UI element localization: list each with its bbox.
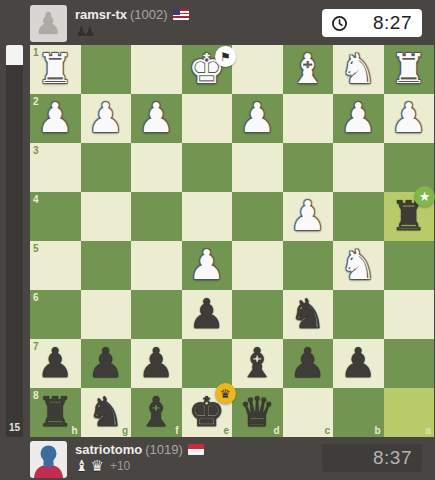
square-e5[interactable]: ♟: [182, 241, 233, 290]
square-g7[interactable]: ♟: [81, 339, 132, 388]
square-c1[interactable]: ♝: [283, 45, 334, 94]
rank-label-6: 6: [33, 292, 39, 303]
black-bishop[interactable]: ♝: [232, 339, 283, 388]
square-a3[interactable]: [384, 143, 435, 192]
file-label-b: b: [374, 425, 380, 436]
white-rook[interactable]: ♜: [384, 45, 435, 94]
rank-label-7: 7: [33, 341, 39, 352]
square-h5[interactable]: 5: [30, 241, 81, 290]
square-b6[interactable]: [333, 290, 384, 339]
rank-label-5: 5: [33, 243, 39, 254]
square-b3[interactable]: [333, 143, 384, 192]
square-c5[interactable]: [283, 241, 334, 290]
white-pawn[interactable]: ♟: [131, 94, 182, 143]
rank-label-3: 3: [33, 145, 39, 156]
file-label-g: g: [122, 425, 128, 436]
square-h7[interactable]: 7♟: [30, 339, 81, 388]
square-g5[interactable]: [81, 241, 132, 290]
square-f4[interactable]: [131, 192, 182, 241]
black-bishop[interactable]: ♝: [131, 388, 182, 437]
square-d8[interactable]: d♛: [232, 388, 283, 437]
square-h4[interactable]: 4: [30, 192, 81, 241]
square-g1[interactable]: [81, 45, 132, 94]
square-e8[interactable]: e♚♛: [182, 388, 233, 437]
square-e2[interactable]: [182, 94, 233, 143]
rank-label-4: 4: [33, 194, 39, 205]
square-a4[interactable]: ♜★: [384, 192, 435, 241]
file-label-d: d: [273, 425, 279, 436]
player-top-rating: (1002): [130, 7, 168, 22]
square-e3[interactable]: [182, 143, 233, 192]
white-pawn[interactable]: ♟: [232, 94, 283, 143]
square-a8[interactable]: a: [384, 388, 435, 437]
best-move-star-badge: ★: [414, 186, 435, 207]
clock-top-time: 8:27: [373, 12, 412, 34]
material-advantage: +10: [110, 459, 130, 473]
square-d6[interactable]: [232, 290, 283, 339]
evaluation-bar: 15: [6, 45, 23, 437]
square-a7[interactable]: [384, 339, 435, 388]
square-c4[interactable]: ♟: [283, 192, 334, 241]
square-b1[interactable]: ♞: [333, 45, 384, 94]
square-c6[interactable]: ♞: [283, 290, 334, 339]
white-pawn[interactable]: ♟: [182, 241, 233, 290]
clock-bottom-time: 8:37: [373, 447, 412, 469]
square-e6[interactable]: ♟: [182, 290, 233, 339]
square-b4[interactable]: [333, 192, 384, 241]
rank-label-8: 8: [33, 390, 39, 401]
square-h6[interactable]: 6: [30, 290, 81, 339]
default-pawn-avatar-icon: ♟: [35, 9, 62, 39]
square-e4[interactable]: [182, 192, 233, 241]
square-d2[interactable]: ♟: [232, 94, 283, 143]
winner-crown-badge: ♛: [215, 383, 236, 404]
white-knight[interactable]: ♞: [333, 241, 384, 290]
square-d4[interactable]: [232, 192, 283, 241]
player-bottom-rating: (1019): [145, 442, 183, 457]
square-a6[interactable]: [384, 290, 435, 339]
rank-label-1: 1: [33, 47, 39, 58]
square-e7[interactable]: [182, 339, 233, 388]
black-pawn[interactable]: ♟: [283, 339, 334, 388]
square-g3[interactable]: [81, 143, 132, 192]
square-h1[interactable]: 1♜: [30, 45, 81, 94]
black-knight[interactable]: ♞: [283, 290, 334, 339]
captured-pieces-bottom: ♝♛: [75, 459, 106, 474]
square-d3[interactable]: [232, 143, 283, 192]
player-bottom-avatar[interactable]: [30, 441, 67, 478]
square-f5[interactable]: [131, 241, 182, 290]
square-b8[interactable]: b: [333, 388, 384, 437]
white-pawn[interactable]: ♟: [384, 94, 435, 143]
captured-pieces-top: ♟♟: [75, 24, 96, 38]
black-pawn[interactable]: ♟: [182, 290, 233, 339]
evaluation-value: 15: [6, 422, 23, 433]
square-a5[interactable]: [384, 241, 435, 290]
black-pawn[interactable]: ♟: [81, 339, 132, 388]
white-bishop[interactable]: ♝: [283, 45, 334, 94]
square-g8[interactable]: g♞: [81, 388, 132, 437]
square-b5[interactable]: ♞: [333, 241, 384, 290]
clock-top: 8:27: [322, 9, 422, 37]
square-g6[interactable]: [81, 290, 132, 339]
us-flag-icon: [173, 9, 189, 20]
white-pawn[interactable]: ♟: [333, 94, 384, 143]
person-avatar-icon: [30, 441, 67, 478]
square-c7[interactable]: ♟: [283, 339, 334, 388]
player-top-info[interactable]: ramsr-tx(1002) ♟♟: [75, 7, 189, 39]
file-label-h: h: [71, 425, 77, 436]
file-label-e: e: [223, 425, 229, 436]
white-pawn[interactable]: ♟: [283, 192, 334, 241]
square-c3[interactable]: [283, 143, 334, 192]
square-f7[interactable]: ♟: [131, 339, 182, 388]
square-f3[interactable]: [131, 143, 182, 192]
square-e1[interactable]: ♚⚑: [182, 45, 233, 94]
file-label-a: a: [425, 425, 431, 436]
square-d5[interactable]: [232, 241, 283, 290]
square-h2[interactable]: 2♟: [30, 94, 81, 143]
square-g2[interactable]: ♟: [81, 94, 132, 143]
black-pawn[interactable]: ♟: [131, 339, 182, 388]
square-a2[interactable]: ♟: [384, 94, 435, 143]
clock-icon: [331, 15, 348, 32]
file-label-f: f: [175, 425, 178, 436]
chess-board: 1♜♚⚑♝♞♜2♟♟♟♟♟♟34♟♜★5♟♞6♟♞7♟♟♟♝♟♟8h♜g♞f♝e…: [30, 45, 434, 437]
square-a1[interactable]: ♜: [384, 45, 435, 94]
flag-timeout-badge: ⚑: [215, 46, 236, 67]
square-c8[interactable]: c: [283, 388, 334, 437]
square-b7[interactable]: ♟: [333, 339, 384, 388]
square-b2[interactable]: ♟: [333, 94, 384, 143]
white-knight[interactable]: ♞: [333, 45, 384, 94]
square-f8[interactable]: f♝: [131, 388, 182, 437]
square-c2[interactable]: [283, 94, 334, 143]
evaluation-bar-white-part: [6, 45, 23, 65]
rank-label-2: 2: [33, 96, 39, 107]
black-pawn[interactable]: ♟: [333, 339, 384, 388]
square-f1[interactable]: [131, 45, 182, 94]
player-bottom-name[interactable]: satriotomo: [75, 442, 142, 457]
clock-bottom: 8:37: [322, 444, 422, 472]
square-d1[interactable]: [232, 45, 283, 94]
square-f2[interactable]: ♟: [131, 94, 182, 143]
player-bottom-info[interactable]: satriotomo(1019) ♝♛ +10: [75, 442, 204, 474]
white-pawn[interactable]: ♟: [81, 94, 132, 143]
square-g4[interactable]: [81, 192, 132, 241]
square-h8[interactable]: 8h♜: [30, 388, 81, 437]
square-f6[interactable]: [131, 290, 182, 339]
indonesia-flag-icon: [188, 444, 204, 455]
square-d7[interactable]: ♝: [232, 339, 283, 388]
player-top-avatar[interactable]: ♟: [30, 5, 67, 42]
file-label-c: c: [324, 425, 330, 436]
square-h3[interactable]: 3: [30, 143, 81, 192]
player-top-name[interactable]: ramsr-tx: [75, 7, 127, 22]
